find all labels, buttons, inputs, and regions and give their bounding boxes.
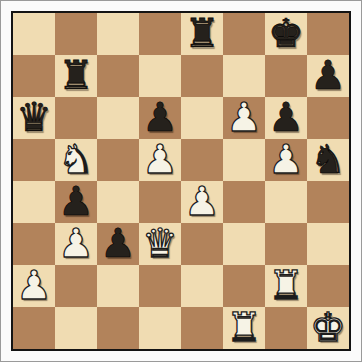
black-rook-piece: ♜: [184, 13, 220, 54]
black-king-piece: ♚: [268, 13, 304, 54]
square-h4[interactable]: [307, 181, 349, 223]
square-e5[interactable]: [181, 139, 223, 181]
square-d2[interactable]: [139, 265, 181, 307]
square-d7[interactable]: [139, 55, 181, 97]
square-f6[interactable]: ♟: [223, 97, 265, 139]
square-e3[interactable]: [181, 223, 223, 265]
square-c2[interactable]: [97, 265, 139, 307]
square-g6[interactable]: ♟: [265, 97, 307, 139]
black-knight-piece: ♞: [310, 139, 346, 180]
square-h7[interactable]: ♟: [307, 55, 349, 97]
square-h8[interactable]: [307, 13, 349, 55]
square-d1[interactable]: [139, 307, 181, 349]
white-rook-piece: ♜: [268, 265, 304, 306]
square-c8[interactable]: [97, 13, 139, 55]
square-b2[interactable]: [55, 265, 97, 307]
square-e1[interactable]: [181, 307, 223, 349]
square-f4[interactable]: [223, 181, 265, 223]
square-e7[interactable]: [181, 55, 223, 97]
square-f1[interactable]: ♜: [223, 307, 265, 349]
white-pawn-piece: ♟: [268, 139, 304, 180]
black-pawn-piece: ♟: [268, 97, 304, 138]
square-f7[interactable]: [223, 55, 265, 97]
square-c6[interactable]: [97, 97, 139, 139]
square-f3[interactable]: [223, 223, 265, 265]
black-pawn-piece: ♟: [142, 97, 178, 138]
square-a2[interactable]: ♟: [13, 265, 55, 307]
square-f5[interactable]: [223, 139, 265, 181]
black-pawn-piece: ♟: [310, 55, 346, 96]
white-pawn-piece: ♟: [184, 181, 220, 222]
square-d8[interactable]: [139, 13, 181, 55]
square-d3[interactable]: ♛: [139, 223, 181, 265]
black-queen-piece: ♛: [16, 97, 52, 138]
square-c3[interactable]: ♟: [97, 223, 139, 265]
square-f2[interactable]: [223, 265, 265, 307]
square-b1[interactable]: [55, 307, 97, 349]
square-a1[interactable]: [13, 307, 55, 349]
square-b4[interactable]: ♟: [55, 181, 97, 223]
square-c1[interactable]: [97, 307, 139, 349]
chess-board: ♜♚♜♟♛♟♟♟♞♟♟♞♟♟♟♟♛♟♜♜♚: [13, 13, 349, 349]
black-pawn-piece: ♟: [100, 223, 136, 264]
board-frame: ♜♚♜♟♛♟♟♟♞♟♟♞♟♟♟♟♛♟♜♜♚: [11, 11, 351, 351]
square-h3[interactable]: [307, 223, 349, 265]
square-h5[interactable]: ♞: [307, 139, 349, 181]
square-e6[interactable]: [181, 97, 223, 139]
white-rook-piece: ♜: [226, 307, 262, 348]
square-a5[interactable]: [13, 139, 55, 181]
square-a4[interactable]: [13, 181, 55, 223]
white-pawn-piece: ♟: [142, 139, 178, 180]
square-d6[interactable]: ♟: [139, 97, 181, 139]
square-h1[interactable]: ♚: [307, 307, 349, 349]
square-h6[interactable]: [307, 97, 349, 139]
square-a7[interactable]: [13, 55, 55, 97]
square-c7[interactable]: [97, 55, 139, 97]
square-a3[interactable]: [13, 223, 55, 265]
square-a8[interactable]: [13, 13, 55, 55]
white-queen-piece: ♛: [142, 223, 178, 264]
square-g3[interactable]: [265, 223, 307, 265]
square-c5[interactable]: [97, 139, 139, 181]
square-e8[interactable]: ♜: [181, 13, 223, 55]
white-king-piece: ♚: [310, 307, 346, 348]
black-rook-piece: ♜: [58, 55, 94, 96]
square-b5[interactable]: ♞: [55, 139, 97, 181]
square-d5[interactable]: ♟: [139, 139, 181, 181]
square-c4[interactable]: [97, 181, 139, 223]
square-b3[interactable]: ♟: [55, 223, 97, 265]
white-pawn-piece: ♟: [58, 223, 94, 264]
square-g4[interactable]: [265, 181, 307, 223]
square-b7[interactable]: ♜: [55, 55, 97, 97]
square-g7[interactable]: [265, 55, 307, 97]
black-pawn-piece: ♟: [58, 181, 94, 222]
square-g8[interactable]: ♚: [265, 13, 307, 55]
square-g5[interactable]: ♟: [265, 139, 307, 181]
square-d4[interactable]: [139, 181, 181, 223]
square-g2[interactable]: ♜: [265, 265, 307, 307]
square-e2[interactable]: [181, 265, 223, 307]
square-b8[interactable]: [55, 13, 97, 55]
square-h2[interactable]: [307, 265, 349, 307]
square-g1[interactable]: [265, 307, 307, 349]
square-b6[interactable]: [55, 97, 97, 139]
square-a6[interactable]: ♛: [13, 97, 55, 139]
white-pawn-piece: ♟: [16, 265, 52, 306]
white-knight-piece: ♞: [58, 139, 94, 180]
square-e4[interactable]: ♟: [181, 181, 223, 223]
square-f8[interactable]: [223, 13, 265, 55]
chess-board-screenshot: ♜♚♜♟♛♟♟♟♞♟♟♞♟♟♟♟♛♟♜♜♚: [0, 0, 362, 362]
white-pawn-piece: ♟: [226, 97, 262, 138]
